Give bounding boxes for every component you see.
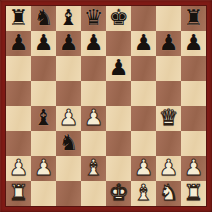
square-d1[interactable] (81, 181, 106, 206)
square-e8[interactable]: ♚ (106, 6, 131, 31)
black-bishop-piece[interactable]: ♝ (34, 106, 54, 130)
square-e1[interactable]: ♚ (106, 181, 131, 206)
square-f7[interactable]: ♟ (131, 31, 156, 56)
square-a4[interactable] (6, 106, 31, 131)
square-b1[interactable] (31, 181, 56, 206)
black-pawn-piece[interactable]: ♟ (159, 31, 179, 55)
square-h7[interactable]: ♟ (181, 31, 206, 56)
square-a5[interactable] (6, 81, 31, 106)
square-h3[interactable] (181, 131, 206, 156)
black-pawn-piece[interactable]: ♟ (34, 31, 54, 55)
square-d3[interactable] (81, 131, 106, 156)
white-pawn-piece[interactable]: ♟ (9, 156, 29, 180)
black-pawn-piece[interactable]: ♟ (184, 31, 204, 55)
square-c5[interactable] (56, 81, 81, 106)
square-d5[interactable] (81, 81, 106, 106)
square-g4[interactable]: ♛ (156, 106, 181, 131)
square-h2[interactable]: ♟ (181, 156, 206, 181)
square-b7[interactable]: ♟ (31, 31, 56, 56)
square-a1[interactable]: ♜ (6, 181, 31, 206)
square-f3[interactable] (131, 131, 156, 156)
square-b2[interactable]: ♟ (31, 156, 56, 181)
square-f4[interactable] (131, 106, 156, 131)
white-pawn-piece[interactable]: ♟ (34, 156, 54, 180)
square-h5[interactable] (181, 81, 206, 106)
square-e4[interactable] (106, 106, 131, 131)
square-b6[interactable] (31, 56, 56, 81)
square-a7[interactable]: ♟ (6, 31, 31, 56)
square-g2[interactable]: ♟ (156, 156, 181, 181)
square-f8[interactable] (131, 6, 156, 31)
square-f2[interactable]: ♟ (131, 156, 156, 181)
black-knight-piece[interactable]: ♞ (34, 6, 54, 30)
white-knight-piece[interactable]: ♞ (159, 181, 179, 205)
black-bishop-piece[interactable]: ♝ (59, 6, 79, 30)
black-king-piece[interactable]: ♚ (109, 6, 129, 30)
square-e6[interactable]: ♟ (106, 56, 131, 81)
square-c8[interactable]: ♝ (56, 6, 81, 31)
square-g8[interactable] (156, 6, 181, 31)
white-bishop-piece[interactable]: ♝ (84, 156, 104, 180)
square-c2[interactable] (56, 156, 81, 181)
white-bishop-piece[interactable]: ♝ (134, 181, 154, 205)
square-e7[interactable] (106, 31, 131, 56)
square-d7[interactable]: ♟ (81, 31, 106, 56)
square-d8[interactable]: ♛ (81, 6, 106, 31)
square-a8[interactable]: ♜ (6, 6, 31, 31)
square-b5[interactable] (31, 81, 56, 106)
square-h1[interactable]: ♜ (181, 181, 206, 206)
square-g6[interactable] (156, 56, 181, 81)
white-pawn-piece[interactable]: ♟ (184, 156, 204, 180)
square-e2[interactable] (106, 156, 131, 181)
square-b8[interactable]: ♞ (31, 6, 56, 31)
black-pawn-piece[interactable]: ♟ (134, 31, 154, 55)
square-g1[interactable]: ♞ (156, 181, 181, 206)
square-b3[interactable] (31, 131, 56, 156)
square-f5[interactable] (131, 81, 156, 106)
square-d4[interactable]: ♟ (81, 106, 106, 131)
square-d2[interactable]: ♝ (81, 156, 106, 181)
square-e5[interactable] (106, 81, 131, 106)
square-g5[interactable] (156, 81, 181, 106)
white-pawn-piece[interactable]: ♟ (134, 156, 154, 180)
black-rook-piece[interactable]: ♜ (9, 6, 29, 30)
square-c1[interactable] (56, 181, 81, 206)
square-a6[interactable] (6, 56, 31, 81)
square-f6[interactable] (131, 56, 156, 81)
square-b4[interactable]: ♝ (31, 106, 56, 131)
square-f1[interactable]: ♝ (131, 181, 156, 206)
square-c7[interactable]: ♟ (56, 31, 81, 56)
square-a3[interactable] (6, 131, 31, 156)
black-rook-piece[interactable]: ♜ (184, 6, 204, 30)
square-g7[interactable]: ♟ (156, 31, 181, 56)
white-king-piece[interactable]: ♚ (109, 181, 129, 205)
square-c4[interactable]: ♟ (56, 106, 81, 131)
square-d6[interactable] (81, 56, 106, 81)
square-c3[interactable]: ♞ (56, 131, 81, 156)
chess-board: ♜♞♝♛♚♜♟♟♟♟♟♟♟♟♝♟♟♛♞♟♟♝♟♟♟♜♚♝♞♜ (6, 6, 206, 206)
white-pawn-piece[interactable]: ♟ (84, 106, 104, 130)
black-pawn-piece[interactable]: ♟ (109, 56, 129, 80)
square-h8[interactable]: ♜ (181, 6, 206, 31)
square-e3[interactable] (106, 131, 131, 156)
black-queen-piece[interactable]: ♛ (84, 6, 104, 30)
white-rook-piece[interactable]: ♜ (184, 181, 204, 205)
white-pawn-piece[interactable]: ♟ (59, 106, 79, 130)
board-frame: ♜♞♝♛♚♜♟♟♟♟♟♟♟♟♝♟♟♛♞♟♟♝♟♟♟♜♚♝♞♜ (0, 0, 212, 212)
square-a2[interactable]: ♟ (6, 156, 31, 181)
white-pawn-piece[interactable]: ♟ (159, 156, 179, 180)
black-pawn-piece[interactable]: ♟ (59, 31, 79, 55)
white-rook-piece[interactable]: ♜ (9, 181, 29, 205)
white-queen-piece[interactable]: ♛ (159, 106, 179, 130)
black-pawn-piece[interactable]: ♟ (9, 31, 29, 55)
square-h6[interactable] (181, 56, 206, 81)
square-h4[interactable] (181, 106, 206, 131)
black-pawn-piece[interactable]: ♟ (84, 31, 104, 55)
square-c6[interactable] (56, 56, 81, 81)
square-g3[interactable] (156, 131, 181, 156)
black-knight-piece[interactable]: ♞ (59, 131, 79, 155)
